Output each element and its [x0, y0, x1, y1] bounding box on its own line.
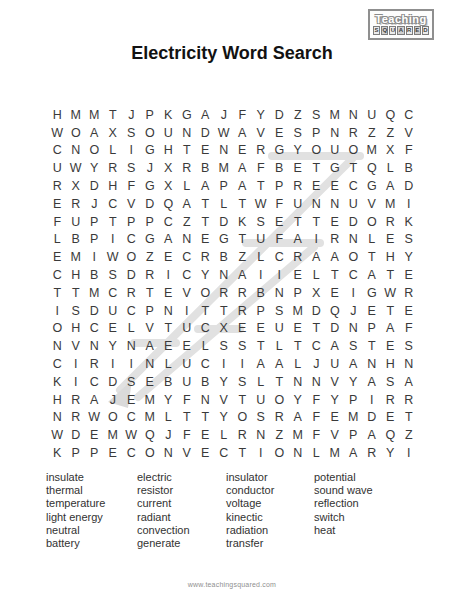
grid-cell: T [233, 231, 252, 249]
grid-cell: T [104, 213, 123, 231]
grid-cell: E [363, 302, 382, 320]
grid-cell: N [159, 302, 178, 320]
grid-cell: S [381, 373, 400, 391]
grid-cell: T [233, 195, 252, 213]
word-item: battery [46, 537, 137, 550]
grid-cell: P [67, 444, 86, 462]
grid-cell: F [233, 106, 252, 124]
grid-cell: F [307, 409, 326, 427]
grid-cell: W [48, 426, 67, 444]
grid-cell: T [178, 142, 197, 160]
grid-cell: C [215, 444, 234, 462]
grid-cell: C [104, 284, 123, 302]
grid-cell: E [233, 142, 252, 160]
grid-cell: I [104, 231, 123, 249]
grid-cell: Q [141, 426, 160, 444]
grid-cell: M [67, 248, 86, 266]
grid-cell: E [289, 266, 308, 284]
grid-cell: P [363, 320, 382, 338]
grid-cell: E [178, 337, 197, 355]
grid-cell: A [270, 355, 289, 373]
grid-cell: J [344, 302, 363, 320]
grid-cell: Q [326, 302, 345, 320]
word-item: electric [137, 471, 226, 484]
grid-cell: S [233, 337, 252, 355]
grid-cell: M [363, 142, 382, 160]
grid-cell: U [363, 106, 382, 124]
grid-cell: B [67, 231, 86, 249]
grid-cell: K [159, 106, 178, 124]
grid-cell: M [67, 106, 86, 124]
grid-cell: I [159, 266, 178, 284]
grid-cell: N [215, 142, 234, 160]
grid-cell: D [307, 302, 326, 320]
grid-cell: H [48, 106, 67, 124]
grid-cell: I [344, 284, 363, 302]
word-item: convection [137, 524, 226, 537]
grid-cell: T [196, 409, 215, 427]
grid-cell: I [233, 355, 252, 373]
grid-cell: E [159, 284, 178, 302]
grid-cell: P [141, 106, 160, 124]
grid-cell: C [159, 213, 178, 231]
grid-cell: F [122, 177, 141, 195]
grid-cell: P [215, 177, 234, 195]
grid-cell: Q [363, 159, 382, 177]
grid-cell: A [326, 248, 345, 266]
grid-cell: N [141, 355, 160, 373]
grid-cell: W [215, 124, 234, 142]
grid-cell: T [178, 409, 197, 427]
grid-cell: P [122, 213, 141, 231]
grid-cell: I [270, 266, 289, 284]
grid-cell: C [122, 444, 141, 462]
grid-cell: U [159, 124, 178, 142]
grid-cell: L [215, 195, 234, 213]
grid-cell: R [178, 159, 197, 177]
grid-cell: Z [289, 106, 308, 124]
grid-cell: D [215, 213, 234, 231]
grid-cell: K [400, 213, 419, 231]
grid-cell: C [400, 106, 419, 124]
word-item: resistor [137, 484, 226, 497]
grid-cell: F [48, 213, 67, 231]
grid-cell: U [252, 231, 271, 249]
grid-cell: A [233, 159, 252, 177]
grid-cell: O [67, 124, 86, 142]
grid-cell: Y [196, 266, 215, 284]
grid-cell: E [326, 409, 345, 427]
grid-cell: C [122, 409, 141, 427]
grid-cell: T [289, 213, 308, 231]
grid-cell: X [215, 320, 234, 338]
grid-cell: N [344, 231, 363, 249]
grid-cell: S [122, 159, 141, 177]
grid-cell: U [289, 195, 308, 213]
grid-cell: Y [215, 409, 234, 427]
grid-cell: O [122, 248, 141, 266]
grid-cell: N [178, 124, 197, 142]
grid-cell: O [344, 248, 363, 266]
grid-cell: F [270, 195, 289, 213]
grid-cell: N [48, 409, 67, 427]
grid-cell: N [289, 444, 308, 462]
grid-cell: C [85, 373, 104, 391]
grid-cell: R [233, 284, 252, 302]
grid-cell: E [196, 444, 215, 462]
grid-cell: N [326, 195, 345, 213]
grid-cell: N [215, 266, 234, 284]
grid-cell: V [326, 426, 345, 444]
grid-cell: T [363, 337, 382, 355]
grid-cell: Q [381, 426, 400, 444]
grid-cell: Y [326, 391, 345, 409]
word-item: sound wave [314, 484, 418, 497]
grid-cell: T [233, 444, 252, 462]
grid-cell: Y [400, 248, 419, 266]
grid-cell: T [307, 159, 326, 177]
grid-cell: N [363, 355, 382, 373]
grid-cell: R [67, 409, 86, 427]
grid-cell: R [326, 231, 345, 249]
grid-cell: Y [381, 444, 400, 462]
word-column: electricresistorcurrentradiantconvection… [137, 471, 226, 550]
word-item: current [137, 497, 226, 510]
grid-cell: T [289, 337, 308, 355]
grid-cell: F [178, 391, 197, 409]
grid-cell: Q [381, 106, 400, 124]
grid-cell: Q [159, 195, 178, 213]
grid-cell: N [344, 320, 363, 338]
grid-cell: C [48, 266, 67, 284]
grid-cell: O [363, 213, 382, 231]
grid-cell: R [400, 284, 419, 302]
grid-cell: E [104, 444, 123, 462]
grid-cell: D [270, 106, 289, 124]
grid-cell: O [307, 142, 326, 160]
grid-cell: D [196, 124, 215, 142]
grid-cell: I [400, 195, 419, 213]
grid-cell: T [48, 284, 67, 302]
grid-cell: R [270, 409, 289, 427]
grid-cell: I [67, 355, 86, 373]
grid-cell: S [122, 124, 141, 142]
grid-cell: L [178, 177, 197, 195]
grid-cell: T [252, 177, 271, 195]
grid-cell: M [344, 409, 363, 427]
grid-cell: E [270, 213, 289, 231]
grid-cell: H [381, 248, 400, 266]
grid-cell: C [307, 337, 326, 355]
grid-cell: T [104, 106, 123, 124]
grid-cell: T [344, 159, 363, 177]
grid-cell: E [122, 391, 141, 409]
grid-cell: E [381, 231, 400, 249]
grid-cell: I [67, 373, 86, 391]
grid-cell: E [307, 177, 326, 195]
grid-cell: X [381, 142, 400, 160]
grid-cell: V [67, 337, 86, 355]
grid-cell: C [122, 302, 141, 320]
grid-cell: K [48, 444, 67, 462]
grid-cell: N [289, 373, 308, 391]
grid-cell: A [233, 266, 252, 284]
grid-cell: E [159, 248, 178, 266]
grid-cell: D [85, 177, 104, 195]
grid-cell: E [400, 302, 419, 320]
grid-cell: M [104, 426, 123, 444]
grid-cell: B [196, 373, 215, 391]
word-item: generate [137, 537, 226, 550]
grid-cell: M [289, 426, 308, 444]
grid-cell: B [400, 159, 419, 177]
grid-cell: Y [344, 373, 363, 391]
grid-cell: R [344, 124, 363, 142]
word-item: switch [314, 511, 418, 524]
grid-cell: P [307, 124, 326, 142]
grid-cell: S [252, 409, 271, 427]
grid-cell: V [215, 391, 234, 409]
grid-cell: S [104, 266, 123, 284]
grid-cell: G [141, 177, 160, 195]
grid-cell: A [233, 124, 252, 142]
grid-cell: T [141, 284, 160, 302]
grid-cell: G [215, 231, 234, 249]
grid-cell: O [104, 409, 123, 427]
grid-cell: O [233, 409, 252, 427]
grid-cell: R [233, 426, 252, 444]
grid-cell: M [215, 159, 234, 177]
grid-cell: N [400, 355, 419, 373]
word-item: insulate [46, 471, 137, 484]
grid-cell: A [381, 320, 400, 338]
grid-cell: M [289, 302, 308, 320]
grid-cell: F [252, 159, 271, 177]
grid-cell: R [381, 213, 400, 231]
grid-cell: J [85, 195, 104, 213]
grid-cell: C [196, 355, 215, 373]
grid-cell: F [400, 320, 419, 338]
grid-cell: E [85, 426, 104, 444]
grid-cell: E [233, 320, 252, 338]
grid-cell: C [178, 248, 197, 266]
grid-cell: M [85, 106, 104, 124]
grid-cell: V [326, 373, 345, 391]
grid-cell: A [159, 231, 178, 249]
grid-cell: P [85, 231, 104, 249]
grid-cell: T [307, 320, 326, 338]
grid-cell: T [233, 391, 252, 409]
grid-cell: E [48, 248, 67, 266]
grid-cell: T [159, 320, 178, 338]
grid-cell: Y [289, 391, 308, 409]
grid-cell: T [363, 248, 382, 266]
grid-cell: B [270, 159, 289, 177]
grid-cell: S [400, 231, 419, 249]
grid-cell: A [326, 337, 345, 355]
grid-cell: S [233, 373, 252, 391]
grid-cell: P [344, 426, 363, 444]
grid-cell: H [67, 320, 86, 338]
grid-cell: E [381, 409, 400, 427]
grid-cell: N [307, 373, 326, 391]
grid-cell: N [326, 124, 345, 142]
grid-cell: N [307, 195, 326, 213]
grid-cell: E [141, 373, 160, 391]
grid-cell: F [307, 426, 326, 444]
grid-cell: R [233, 302, 252, 320]
grid-cell: E [400, 266, 419, 284]
grid-cell: L [363, 231, 382, 249]
grid-cell: E [196, 231, 215, 249]
grid-cell: T [252, 337, 271, 355]
grid-cell: K [48, 373, 67, 391]
grid-cell: T [400, 409, 419, 427]
grid-cell: R [67, 391, 86, 409]
grid-cell: P [85, 213, 104, 231]
grid-cell: O [48, 320, 67, 338]
grid-cell: T [196, 195, 215, 213]
grid-cell: M [326, 106, 345, 124]
grid-cell: I [252, 444, 271, 462]
grid-cell: E [159, 337, 178, 355]
grid-cell: T [381, 302, 400, 320]
grid-cell: T [381, 266, 400, 284]
grid-cell: N [48, 337, 67, 355]
grid-cell: E [270, 124, 289, 142]
grid-cell: A [196, 177, 215, 195]
grid-cell: Z [363, 124, 382, 142]
grid-cell: J [307, 355, 326, 373]
grid-cell: L [307, 266, 326, 284]
grid-cell: U [326, 142, 345, 160]
grid-cell: T [326, 266, 345, 284]
word-item: radiant [137, 511, 226, 524]
grid-cell: I [400, 444, 419, 462]
grid-cell: A [363, 266, 382, 284]
grid-cell: N [67, 142, 86, 160]
grid-cell: V [363, 195, 382, 213]
grid-cell: T [215, 302, 234, 320]
grid-cell: J [104, 391, 123, 409]
grid-cell: H [381, 355, 400, 373]
grid-cell: L [196, 337, 215, 355]
footer-url: www.teachingsquared.com [0, 581, 464, 588]
word-item: voltage [226, 497, 314, 510]
grid-cell: R [363, 444, 382, 462]
grid-cell: C [270, 248, 289, 266]
grid-cell: X [159, 177, 178, 195]
grid-cell: S [289, 124, 308, 142]
grid-cell: I [85, 248, 104, 266]
grid-cell: C [344, 177, 363, 195]
grid-cell: R [85, 355, 104, 373]
grid-cell: L [252, 248, 271, 266]
grid-cell: O [196, 284, 215, 302]
grid-cell: W [252, 195, 271, 213]
grid-cell: G [363, 177, 382, 195]
grid-cell: Z [233, 248, 252, 266]
grid-cell: C [344, 266, 363, 284]
word-item: kinectic [226, 511, 314, 524]
grid-cell: S [344, 337, 363, 355]
grid-cell: L [215, 426, 234, 444]
grid-cell: G [270, 142, 289, 160]
grid-cell: F [400, 142, 419, 160]
grid-cell: H [159, 142, 178, 160]
grid-cell: J [141, 159, 160, 177]
grid-cell: A [196, 106, 215, 124]
grid-cell: V [122, 195, 141, 213]
grid-cell: V [252, 124, 271, 142]
worksheet-page: Teaching SQUARED Electricity Word Search… [0, 0, 464, 608]
grid-cell: M [326, 444, 345, 462]
grid-cell: J [159, 426, 178, 444]
grid-cell: Y [104, 337, 123, 355]
grid-cell: L [159, 409, 178, 427]
grid-cell: R [289, 248, 308, 266]
grid-cell: L [270, 337, 289, 355]
grid-cell: L [307, 444, 326, 462]
grid-cell: I [215, 355, 234, 373]
grid-cell: E [289, 159, 308, 177]
grid-cell: X [104, 124, 123, 142]
grid-cell: B [252, 284, 271, 302]
grid-cell: L [159, 355, 178, 373]
word-item: conductor [226, 484, 314, 497]
word-search-grid: HMMTJPKGAJFYDZSMNUQCWOAXSOUNDWAVESPNRZZV… [48, 106, 418, 462]
word-item: neutral [46, 524, 137, 537]
grid-cell: Z [270, 426, 289, 444]
grid-cell: M [381, 195, 400, 213]
grid-cell: I [104, 355, 123, 373]
word-item: transfer [226, 537, 314, 550]
grid-cell: E [252, 320, 271, 338]
grid-cell: G [141, 142, 160, 160]
grid-cell: Y [215, 373, 234, 391]
grid-cell: L [122, 320, 141, 338]
grid-cell: W [85, 409, 104, 427]
grid-cell: Y [159, 391, 178, 409]
grid-cell: B [159, 373, 178, 391]
grid-cell: N [344, 106, 363, 124]
grid-cell: O [344, 142, 363, 160]
grid-cell: L [104, 142, 123, 160]
grid-cell: A [233, 177, 252, 195]
grid-cell: U [178, 373, 197, 391]
grid-cell: Z [381, 124, 400, 142]
grid-cell: N [252, 426, 271, 444]
grid-cell: H [48, 391, 67, 409]
grid-cell: T [270, 373, 289, 391]
grid-cell: U [67, 213, 86, 231]
grid-cell: C [48, 355, 67, 373]
grid-cell: X [307, 284, 326, 302]
grid-cell: H [67, 266, 86, 284]
grid-cell: P [141, 213, 160, 231]
grid-cell: L [289, 355, 308, 373]
grid-cell: I [307, 231, 326, 249]
grid-cell: O [85, 142, 104, 160]
grid-cell: F [178, 426, 197, 444]
grid-cell: A [344, 444, 363, 462]
grid-cell: Z [141, 248, 160, 266]
grid-cell: Z [400, 426, 419, 444]
grid-cell: H [104, 177, 123, 195]
grid-cell: V [141, 320, 160, 338]
grid-cell: Z [178, 213, 197, 231]
grid-cell: O [141, 124, 160, 142]
